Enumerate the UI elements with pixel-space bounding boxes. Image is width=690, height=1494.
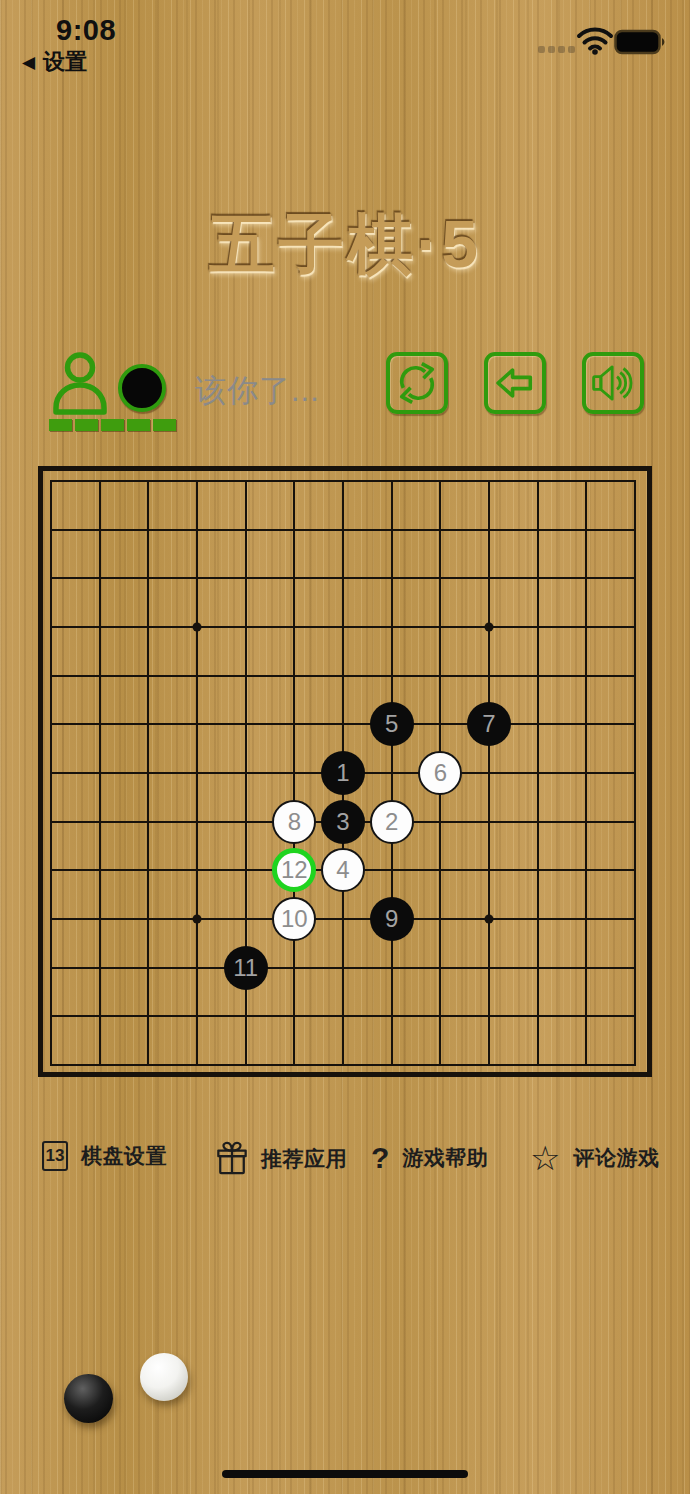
battery-icon <box>614 29 666 55</box>
move-number: 9 <box>385 907 398 931</box>
menu-item-rate-game[interactable]: ☆ 评论游戏 <box>530 1141 659 1175</box>
stone-white-10: 10 <box>272 897 316 941</box>
move-number: 5 <box>385 712 398 736</box>
stone-white-4: 4 <box>321 848 365 892</box>
stone-black-9: 9 <box>370 897 414 941</box>
clock-time: 9:08 <box>56 14 116 47</box>
back-label: 设置 <box>43 47 87 77</box>
menu-label: 棋盘设置 <box>81 1142 167 1170</box>
move-number: 4 <box>336 858 349 882</box>
move-number: 2 <box>385 810 398 834</box>
stone-black-7: 7 <box>467 702 511 746</box>
stone-black-5: 5 <box>370 702 414 746</box>
stone-white-6: 6 <box>418 751 462 795</box>
wifi-icon <box>576 27 614 55</box>
star-point <box>193 915 202 924</box>
board-size-icon: 13 <box>42 1141 68 1171</box>
cellular-signal-icon <box>538 46 575 53</box>
stone-black-1: 1 <box>321 751 365 795</box>
back-triangle-icon: ◀ <box>22 54 35 71</box>
move-number: 8 <box>288 810 301 834</box>
restart-icon <box>392 358 442 408</box>
bottom-menu: 13 棋盘设置 推荐应用 ? 游戏帮助 ☆ 评论游戏 <box>0 1141 690 1181</box>
star-point <box>485 915 494 924</box>
star-outline-icon: ☆ <box>530 1141 560 1175</box>
move-number: 11 <box>233 956 258 980</box>
stone-white-2: 2 <box>370 800 414 844</box>
control-buttons <box>386 352 644 414</box>
star-point <box>485 623 494 632</box>
speaker-icon <box>588 358 638 408</box>
question-mark-icon: ? <box>371 1141 389 1175</box>
decor-stone-white <box>140 1353 188 1401</box>
gomoku-app-screen: 9:08 ◀ 设置 五子棋·5 该你了... <box>0 0 690 1494</box>
gomoku-board[interactable]: 123456789101112 <box>38 466 652 1077</box>
menu-item-game-help[interactable]: ? 游戏帮助 <box>371 1141 488 1175</box>
menu-label: 评论游戏 <box>573 1144 659 1172</box>
move-number: 6 <box>434 761 447 785</box>
undo-arrow-icon <box>490 358 540 408</box>
current-turn-stone-black <box>118 364 166 412</box>
menu-item-board-settings[interactable]: 13 棋盘设置 <box>42 1141 167 1171</box>
app-title: 五子棋·5 <box>0 200 690 290</box>
decor-stone-black <box>64 1374 113 1423</box>
undo-button[interactable] <box>484 352 546 414</box>
menu-item-recommended-apps[interactable]: 推荐应用 <box>216 1141 347 1177</box>
home-indicator[interactable] <box>222 1470 468 1478</box>
board-grid[interactable]: 123456789101112 <box>50 480 636 1066</box>
menu-label: 推荐应用 <box>261 1145 347 1173</box>
move-number: 10 <box>281 907 308 931</box>
stone-black-3: 3 <box>321 800 365 844</box>
stone-white-8: 8 <box>272 800 316 844</box>
move-number: 7 <box>482 712 495 736</box>
move-number: 3 <box>336 810 349 834</box>
player-icon <box>48 350 112 418</box>
stone-black-11: 11 <box>224 946 268 990</box>
back-to-settings-button[interactable]: ◀ 设置 <box>22 47 87 77</box>
sound-button[interactable] <box>582 352 644 414</box>
turn-status-text: 该你了... <box>195 370 320 412</box>
menu-label: 游戏帮助 <box>402 1144 488 1172</box>
strength-meter <box>49 419 176 431</box>
gift-icon <box>216 1141 248 1177</box>
move-number: 1 <box>336 761 349 785</box>
move-number: 12 <box>281 858 308 882</box>
stone-white-12: 12 <box>272 848 316 892</box>
restart-button[interactable] <box>386 352 448 414</box>
star-point <box>193 623 202 632</box>
